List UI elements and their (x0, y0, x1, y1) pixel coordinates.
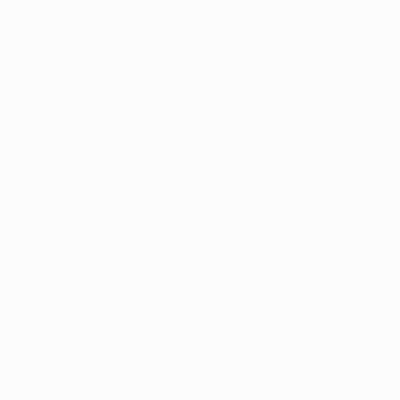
go-set-canvas (0, 0, 400, 400)
go-set-photo (0, 0, 400, 400)
